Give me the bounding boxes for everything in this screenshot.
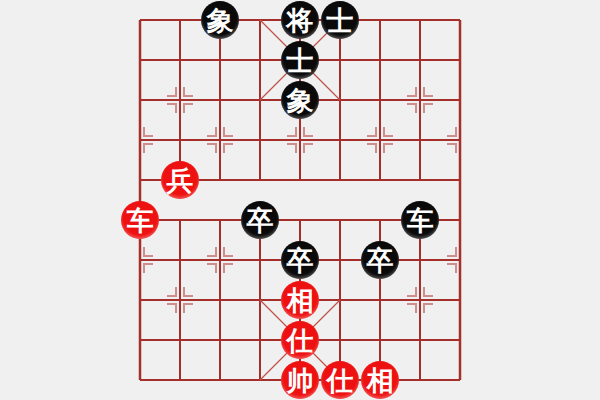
- piece-black-advisor[interactable]: 士: [281, 41, 319, 79]
- piece-red-advisor[interactable]: 仕: [281, 321, 319, 359]
- piece-red-advisor[interactable]: 仕: [321, 361, 359, 399]
- piece-black-soldier[interactable]: 卒: [241, 201, 279, 239]
- piece-black-soldier[interactable]: 卒: [361, 241, 399, 279]
- piece-black-advisor[interactable]: 士: [321, 1, 359, 39]
- piece-black-general[interactable]: 将: [281, 1, 319, 39]
- piece-red-soldier[interactable]: 兵: [161, 161, 199, 199]
- piece-black-chariot[interactable]: 车: [401, 201, 439, 239]
- piece-red-chariot[interactable]: 车: [121, 201, 159, 239]
- app-background: 象将士士象兵车卒车卒卒相仕帅仕相: [0, 0, 600, 400]
- pieces-layer: 象将士士象兵车卒车卒卒相仕帅仕相: [120, 0, 480, 400]
- piece-red-elephant[interactable]: 相: [281, 281, 319, 319]
- piece-red-general[interactable]: 帅: [281, 361, 319, 399]
- piece-red-elephant[interactable]: 相: [361, 361, 399, 399]
- piece-black-elephant[interactable]: 象: [281, 81, 319, 119]
- piece-black-soldier[interactable]: 卒: [281, 241, 319, 279]
- piece-black-elephant[interactable]: 象: [201, 1, 239, 39]
